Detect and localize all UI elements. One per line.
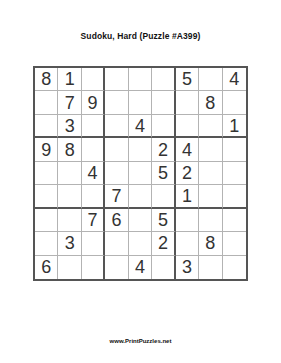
sudoku-cell-empty-r4c4[interactable] bbox=[105, 138, 128, 161]
sudoku-cell-empty-r9c4[interactable] bbox=[105, 256, 128, 279]
sudoku-cell-empty-r1c3[interactable] bbox=[82, 68, 105, 91]
sudoku-cell-given-r9c7: 3 bbox=[176, 256, 199, 279]
sudoku-cell-empty-r9c6[interactable] bbox=[152, 256, 175, 279]
sudoku-cell-empty-r3c4[interactable] bbox=[105, 115, 128, 138]
footer-url: www.PrintPuzzles.net bbox=[0, 338, 281, 344]
sudoku-cell-empty-r8c3[interactable] bbox=[82, 232, 105, 255]
sudoku-cell-empty-r3c8[interactable] bbox=[199, 115, 222, 138]
sudoku-cell-given-r3c5: 4 bbox=[129, 115, 152, 138]
sudoku-cell-empty-r6c9[interactable] bbox=[223, 185, 246, 208]
page-title: Sudoku, Hard (Puzzle #A399) bbox=[0, 31, 281, 41]
sudoku-cell-empty-r2c9[interactable] bbox=[223, 91, 246, 114]
sudoku-cell-given-r3c9: 1 bbox=[223, 115, 246, 138]
sudoku-cell-empty-r7c5[interactable] bbox=[129, 209, 152, 232]
sudoku-cell-given-r9c5: 4 bbox=[129, 256, 152, 279]
sudoku-cell-empty-r2c7[interactable] bbox=[176, 91, 199, 114]
sudoku-cell-empty-r8c4[interactable] bbox=[105, 232, 128, 255]
sudoku-cell-empty-r9c2[interactable] bbox=[58, 256, 81, 279]
sudoku-cell-empty-r1c4[interactable] bbox=[105, 68, 128, 91]
sudoku-cell-empty-r7c8[interactable] bbox=[199, 209, 222, 232]
sudoku-cell-given-r1c9: 4 bbox=[223, 68, 246, 91]
sudoku-cell-given-r1c7: 5 bbox=[176, 68, 199, 91]
sudoku-cell-empty-r1c5[interactable] bbox=[129, 68, 152, 91]
sudoku-cell-given-r5c7: 2 bbox=[176, 162, 199, 185]
sudoku-cell-empty-r3c6[interactable] bbox=[152, 115, 175, 138]
sudoku-cell-empty-r6c3[interactable] bbox=[82, 185, 105, 208]
sudoku-cell-empty-r5c4[interactable] bbox=[105, 162, 128, 185]
sudoku-cell-empty-r8c1[interactable] bbox=[35, 232, 58, 255]
sudoku-cell-empty-r5c2[interactable] bbox=[58, 162, 81, 185]
sudoku-cell-empty-r2c6[interactable] bbox=[152, 91, 175, 114]
sudoku-cell-given-r7c4: 6 bbox=[105, 209, 128, 232]
sudoku-cell-empty-r9c9[interactable] bbox=[223, 256, 246, 279]
sudoku-cell-empty-r6c6[interactable] bbox=[152, 185, 175, 208]
sudoku-cell-given-r5c6: 5 bbox=[152, 162, 175, 185]
sudoku-cell-empty-r7c1[interactable] bbox=[35, 209, 58, 232]
sudoku-cell-given-r9c1: 6 bbox=[35, 256, 58, 279]
sudoku-cell-empty-r3c3[interactable] bbox=[82, 115, 105, 138]
sudoku-cell-given-r2c2: 7 bbox=[58, 91, 81, 114]
sudoku-cell-empty-r7c7[interactable] bbox=[176, 209, 199, 232]
sudoku-cell-given-r1c1: 8 bbox=[35, 68, 58, 91]
sudoku-cell-empty-r3c1[interactable] bbox=[35, 115, 58, 138]
sudoku-cell-empty-r3c7[interactable] bbox=[176, 115, 199, 138]
sudoku-cell-empty-r6c5[interactable] bbox=[129, 185, 152, 208]
sudoku-cell-empty-r4c9[interactable] bbox=[223, 138, 246, 161]
sudoku-cell-empty-r4c5[interactable] bbox=[129, 138, 152, 161]
sudoku-cell-empty-r6c2[interactable] bbox=[58, 185, 81, 208]
sudoku-cell-empty-r7c2[interactable] bbox=[58, 209, 81, 232]
sudoku-cell-empty-r2c4[interactable] bbox=[105, 91, 128, 114]
sudoku-cell-given-r4c1: 9 bbox=[35, 138, 58, 161]
sudoku-cell-empty-r8c9[interactable] bbox=[223, 232, 246, 255]
sudoku-cell-given-r6c4: 7 bbox=[105, 185, 128, 208]
sudoku-cell-empty-r5c1[interactable] bbox=[35, 162, 58, 185]
sudoku-cell-empty-r7c9[interactable] bbox=[223, 209, 246, 232]
sudoku-cell-empty-r8c5[interactable] bbox=[129, 232, 152, 255]
sudoku-cell-empty-r6c8[interactable] bbox=[199, 185, 222, 208]
sudoku-cell-given-r6c7: 1 bbox=[176, 185, 199, 208]
sudoku-cell-given-r4c7: 4 bbox=[176, 138, 199, 161]
sudoku-cell-empty-r1c6[interactable] bbox=[152, 68, 175, 91]
sudoku-cell-given-r8c8: 8 bbox=[199, 232, 222, 255]
sudoku-cell-empty-r4c8[interactable] bbox=[199, 138, 222, 161]
sudoku-cell-given-r1c2: 1 bbox=[58, 68, 81, 91]
sudoku-cell-given-r2c3: 9 bbox=[82, 91, 105, 114]
sudoku-board: 8154798341982445271765328643 bbox=[33, 66, 248, 281]
sudoku-cell-empty-r2c5[interactable] bbox=[129, 91, 152, 114]
sudoku-cell-given-r2c8: 8 bbox=[199, 91, 222, 114]
sudoku-cell-empty-r5c8[interactable] bbox=[199, 162, 222, 185]
sudoku-cell-given-r7c6: 5 bbox=[152, 209, 175, 232]
sudoku-cell-given-r8c6: 2 bbox=[152, 232, 175, 255]
sudoku-cell-given-r7c3: 7 bbox=[82, 209, 105, 232]
sudoku-cell-given-r3c2: 3 bbox=[58, 115, 81, 138]
sudoku-cell-empty-r8c7[interactable] bbox=[176, 232, 199, 255]
sudoku-cell-given-r4c6: 2 bbox=[152, 138, 175, 161]
sudoku-cell-given-r5c3: 4 bbox=[82, 162, 105, 185]
sudoku-cell-given-r4c2: 8 bbox=[58, 138, 81, 161]
sudoku-cell-given-r8c2: 3 bbox=[58, 232, 81, 255]
sudoku-cell-empty-r6c1[interactable] bbox=[35, 185, 58, 208]
sudoku-cell-empty-r2c1[interactable] bbox=[35, 91, 58, 114]
sudoku-cell-empty-r5c5[interactable] bbox=[129, 162, 152, 185]
sudoku-cell-empty-r5c9[interactable] bbox=[223, 162, 246, 185]
sudoku-cell-empty-r9c3[interactable] bbox=[82, 256, 105, 279]
sudoku-cell-empty-r4c3[interactable] bbox=[82, 138, 105, 161]
sudoku-cell-empty-r1c8[interactable] bbox=[199, 68, 222, 91]
sudoku-cell-empty-r9c8[interactable] bbox=[199, 256, 222, 279]
